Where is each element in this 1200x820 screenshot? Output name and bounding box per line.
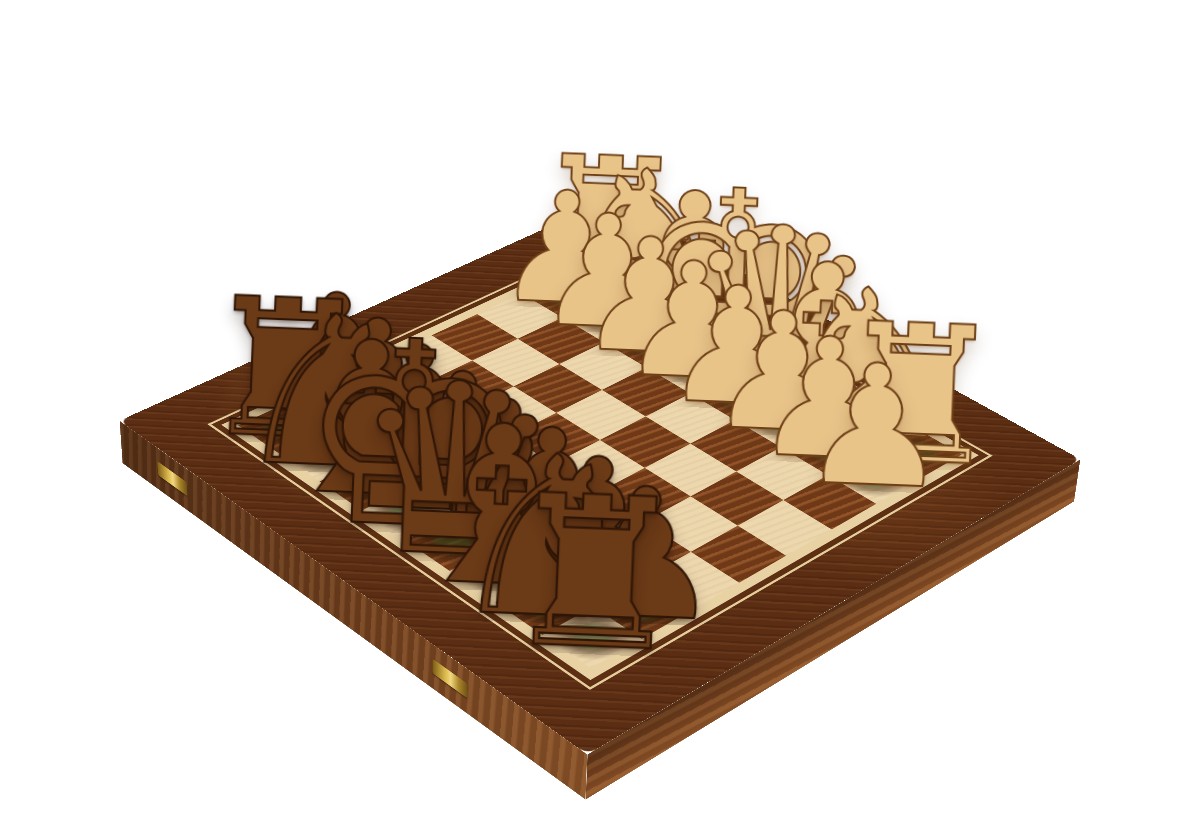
scene: ♜♞♝♚♛♝♞♜♟♟♟♟♟♟♟♟♟♟♟♟♟♟♟♟♜♞♝♚♛♝♞♜ (0, 0, 1200, 820)
chess-board: ♜♞♝♚♛♝♞♜♟♟♟♟♟♟♟♟♟♟♟♟♟♟♟♟♜♞♝♚♛♝♞♜ (120, 199, 1081, 754)
photo-background: ♜♞♝♚♛♝♞♜♟♟♟♟♟♟♟♟♟♟♟♟♟♟♟♟♜♞♝♚♛♝♞♜ (0, 0, 1200, 820)
brass-hinge (433, 659, 468, 699)
camera-tilt: ♜♞♝♚♛♝♞♜♟♟♟♟♟♟♟♟♟♟♟♟♟♟♟♟♜♞♝♚♛♝♞♜ (0, 0, 1200, 820)
board-top-frame: ♜♞♝♚♛♝♞♜♟♟♟♟♟♟♟♟♟♟♟♟♟♟♟♟♜♞♝♚♛♝♞♜ (120, 199, 1081, 754)
